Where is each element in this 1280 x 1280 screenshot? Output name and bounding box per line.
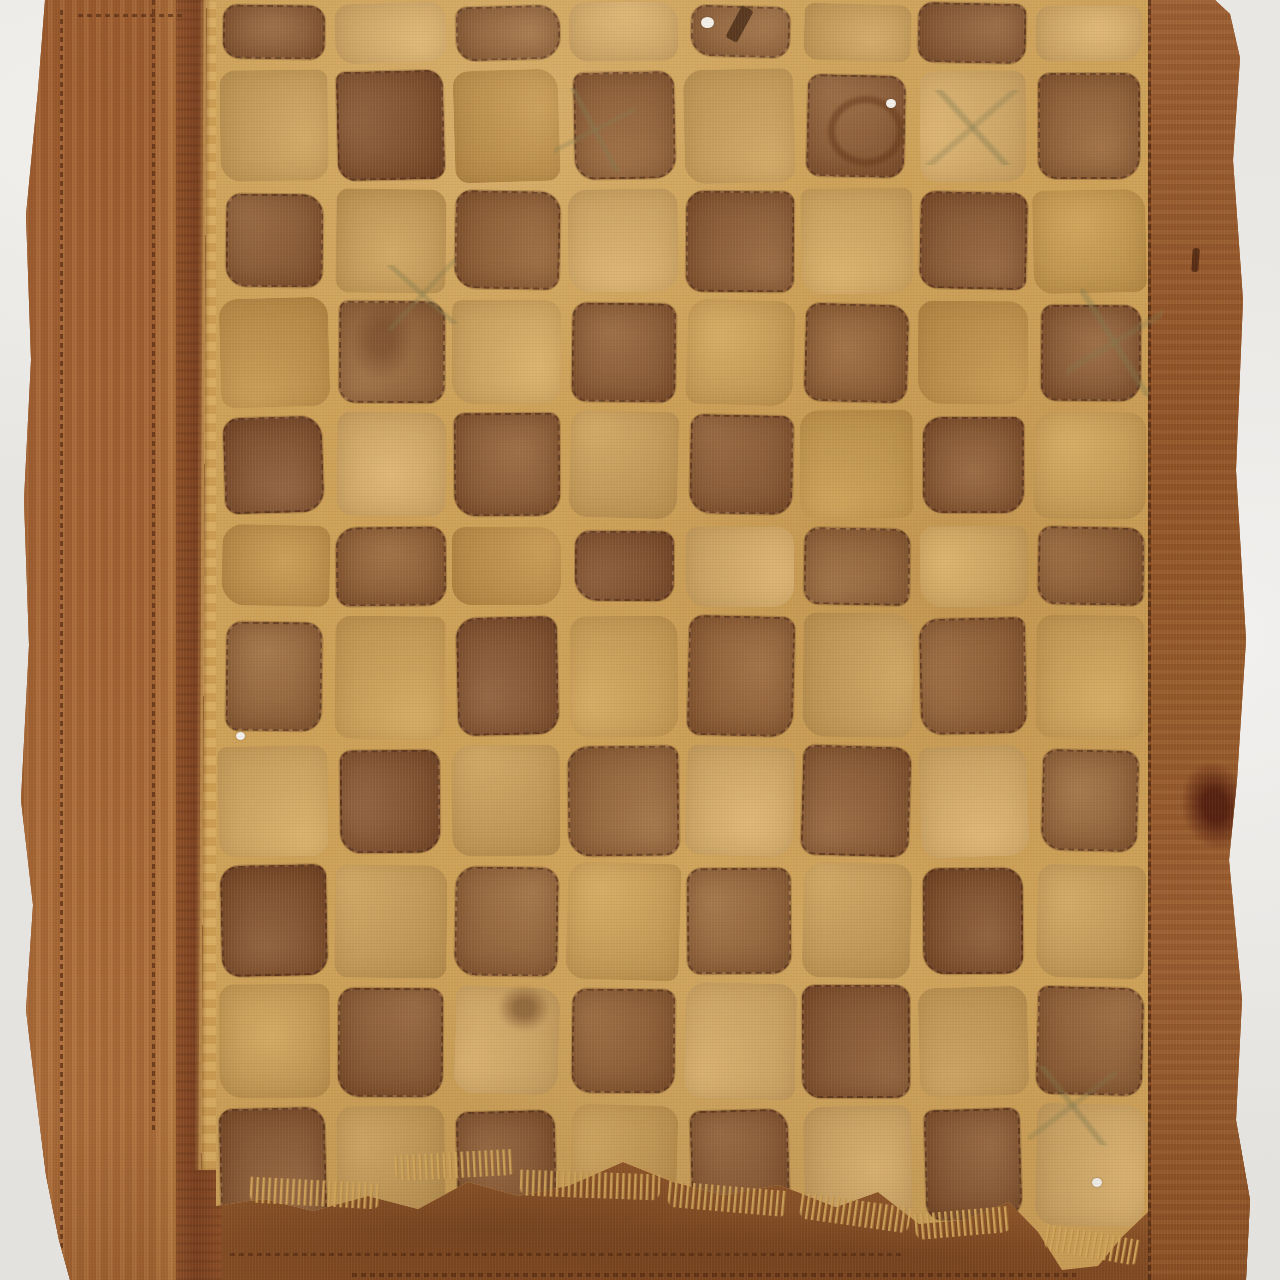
board-square-r9c7-brown <box>915 861 1032 981</box>
kuba-cloth-textile <box>0 0 1280 1280</box>
white-fleck-3 <box>236 732 245 740</box>
left-hem-stitch-stitchline <box>60 10 63 1270</box>
board-square-r9c3-brown <box>449 861 566 981</box>
board-square-r8c1-tan <box>216 741 333 861</box>
board-square-r7c1-brown <box>216 611 333 741</box>
board-square-r1c3-brown <box>449 0 566 66</box>
fringe-tuft-3 <box>520 1170 661 1201</box>
board-square-r5c3-brown <box>449 408 566 521</box>
scratch-x-4 <box>1027 1065 1117 1146</box>
board-square-r7c5-brown <box>682 611 799 741</box>
board-square-r4c6-brown <box>799 296 916 408</box>
smudge-center-low <box>498 985 550 1031</box>
board-square-r5c4-tan <box>566 408 683 521</box>
board-square-r6c5-tan <box>682 521 799 611</box>
scratch-x-3 <box>382 258 463 330</box>
board-square-r8c4-brown <box>566 741 683 861</box>
board-square-r4c7-tan <box>915 296 1032 408</box>
white-fleck-2 <box>886 99 896 108</box>
board-square-r9c2-tan <box>333 861 450 981</box>
board-square-r1c7-brown <box>915 0 1032 66</box>
board-square-r5c1-brown <box>216 408 333 521</box>
board-square-r6c8-brown <box>1032 521 1149 611</box>
board-square-r1c4-tan <box>566 0 683 66</box>
board-square-r9c8-tan <box>1032 861 1149 981</box>
board-square-r5c2-tan <box>333 408 450 521</box>
board-square-r3c1-brown <box>216 186 333 296</box>
board-square-r8c7-tan <box>915 741 1032 861</box>
board-square-r1c8-tan <box>1032 0 1149 66</box>
board-square-r4c3-tan <box>449 296 566 408</box>
white-fleck-4 <box>1092 1178 1102 1187</box>
board-square-r3c7-brown <box>915 186 1032 296</box>
board-square-r2c8-brown <box>1032 66 1149 186</box>
board-square-r1c2-tan <box>333 0 450 66</box>
board-square-r10c5-tan <box>682 981 799 1101</box>
bottom-hem-seam-stitchline <box>230 1253 902 1256</box>
board-square-r6c4-brown <box>566 521 683 611</box>
board-square-r6c7-tan <box>915 521 1032 611</box>
board-square-r5c5-brown <box>682 408 799 521</box>
checkerboard-panel <box>216 0 1148 1280</box>
board-square-r1c1-brown <box>216 0 333 66</box>
scratch-x-1 <box>925 90 1020 165</box>
board-square-r10c4-brown <box>566 981 683 1101</box>
board-square-r6c3-tan <box>449 521 566 611</box>
board-square-r7c3-brown <box>449 611 566 741</box>
board-square-r2c1-tan <box>216 66 333 186</box>
board-square-r3c3-brown <box>449 186 566 296</box>
board-square-r3c4-tan <box>566 186 683 296</box>
board-square-r4c1-tan <box>216 296 333 408</box>
board-square-r9c4-tan <box>566 861 683 981</box>
board-square-r7c8-tan <box>1032 611 1149 741</box>
board-square-r8c8-brown <box>1032 741 1149 861</box>
board-square-r6c2-brown <box>333 521 450 611</box>
board-square-r6c1-tan <box>216 521 333 611</box>
board-square-r7c2-tan <box>333 611 450 741</box>
board-square-r3c8-tan <box>1032 186 1149 296</box>
board-square-r5c7-brown <box>915 408 1032 521</box>
board-square-r8c2-brown <box>333 741 450 861</box>
board-square-r9c1-brown <box>216 861 333 981</box>
board-square-r6c6-brown <box>799 521 916 611</box>
board-square-r7c7-brown <box>915 611 1032 741</box>
board-square-r3c5-brown <box>682 186 799 296</box>
left-band-seam-stitchline <box>152 0 155 1130</box>
board-square-r8c5-tan <box>682 741 799 861</box>
board-square-r10c2-brown <box>333 981 450 1101</box>
board-square-r10c1-tan <box>216 981 333 1101</box>
board-square-r9c5-brown <box>682 861 799 981</box>
board-square-r5c6-tan <box>799 408 916 521</box>
board-square-r5c8-tan <box>1032 408 1149 521</box>
board-square-r7c4-tan <box>566 611 683 741</box>
board-square-r7c6-tan <box>799 611 916 741</box>
board-square-r8c6-brown <box>799 741 916 861</box>
scratch-x-2 <box>1064 288 1164 396</box>
bottom-edge-dark-seam-stitchline <box>352 1273 1076 1277</box>
board-square-r1c6-tan <box>799 0 916 66</box>
board-square-r2c5-tan <box>682 66 799 186</box>
board-square-r4c5-tan <box>682 296 799 408</box>
board-square-r3c6-tan <box>799 186 916 296</box>
board-square-r2c3-tan <box>449 66 566 186</box>
white-fleck-1 <box>701 17 714 28</box>
board-square-r4c4-brown <box>566 296 683 408</box>
board-square-r9c6-tan <box>799 861 916 981</box>
board-square-r10c7-tan <box>915 981 1032 1101</box>
board-square-r8c3-tan <box>449 741 566 861</box>
board-square-r10c6-brown <box>799 981 916 1101</box>
top-left-stitch-stitchline <box>78 14 184 17</box>
board-square-r2c2-brown <box>333 66 450 186</box>
photo-stage <box>0 0 1280 1280</box>
